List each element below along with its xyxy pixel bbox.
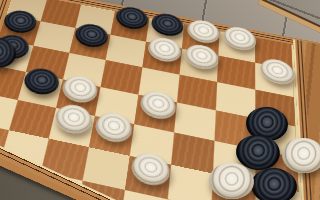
checker-white-piece[interactable]: ⛀ [187, 18, 220, 46]
dark-man-glyph: ⛂ [114, 5, 149, 32]
white-man-glyph: ⛀ [147, 35, 182, 64]
white-man-glyph: ⛀ [223, 25, 256, 53]
white-man-glyph: ⛀ [187, 18, 220, 46]
checkers-photo-scene: ⛂⛂⛀⛀⛂⛂⛀⛀⛀⛂⛂⛀⛀⛀⛀⛀ ⛂⛂⛂⛂⛀⛀ [0, 0, 320, 200]
dark-man-glyph: ⛂ [150, 11, 184, 38]
board-square[interactable]: ⛂ [111, 11, 150, 42]
checker-dark-piece[interactable]: ⛂ [150, 11, 184, 38]
board-square[interactable] [174, 103, 216, 141]
checker-dark-piece[interactable]: ⛂ [114, 5, 149, 32]
checker-white-piece[interactable]: ⛀ [147, 35, 182, 64]
checker-white-piece[interactable]: ⛀ [223, 25, 256, 53]
